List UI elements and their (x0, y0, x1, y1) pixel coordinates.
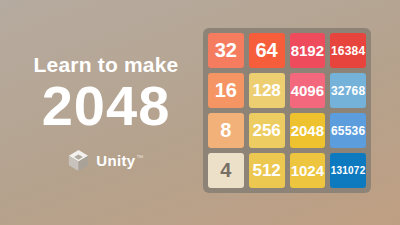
tile-128: 128 (249, 73, 285, 108)
headline-text: Learn to make (34, 53, 179, 76)
tile-2048: 2048 (290, 113, 326, 148)
tile-4096: 4096 (290, 73, 326, 108)
tile-65536: 65536 (330, 113, 366, 148)
tile-512: 512 (249, 153, 285, 188)
tile-4: 4 (208, 153, 244, 188)
tile-8: 8 (208, 113, 244, 148)
unity-wordmark: Unity™ (96, 152, 143, 169)
left-panel: Learn to make 2048 Unity™ (0, 0, 212, 225)
tile-32768: 32768 (330, 73, 366, 108)
trademark-mark: ™ (136, 154, 143, 161)
unity-brand: Unity™ (68, 149, 143, 172)
game-board-2048[interactable]: 3264819216384161284096327688256204865536… (203, 28, 371, 193)
tile-256: 256 (249, 113, 285, 148)
promo-banner: Learn to make 2048 Unity™ 32648192163841… (0, 0, 400, 225)
tile-8192: 8192 (290, 33, 326, 68)
tile-16: 16 (208, 73, 244, 108)
tile-32: 32 (208, 33, 244, 68)
title-2048: 2048 (42, 77, 171, 136)
tile-64: 64 (249, 33, 285, 68)
tile-16384: 16384 (330, 33, 366, 68)
tile-1024: 1024 (290, 153, 326, 188)
tile-131072: 131072 (330, 153, 366, 188)
unity-cube-icon (68, 149, 89, 172)
